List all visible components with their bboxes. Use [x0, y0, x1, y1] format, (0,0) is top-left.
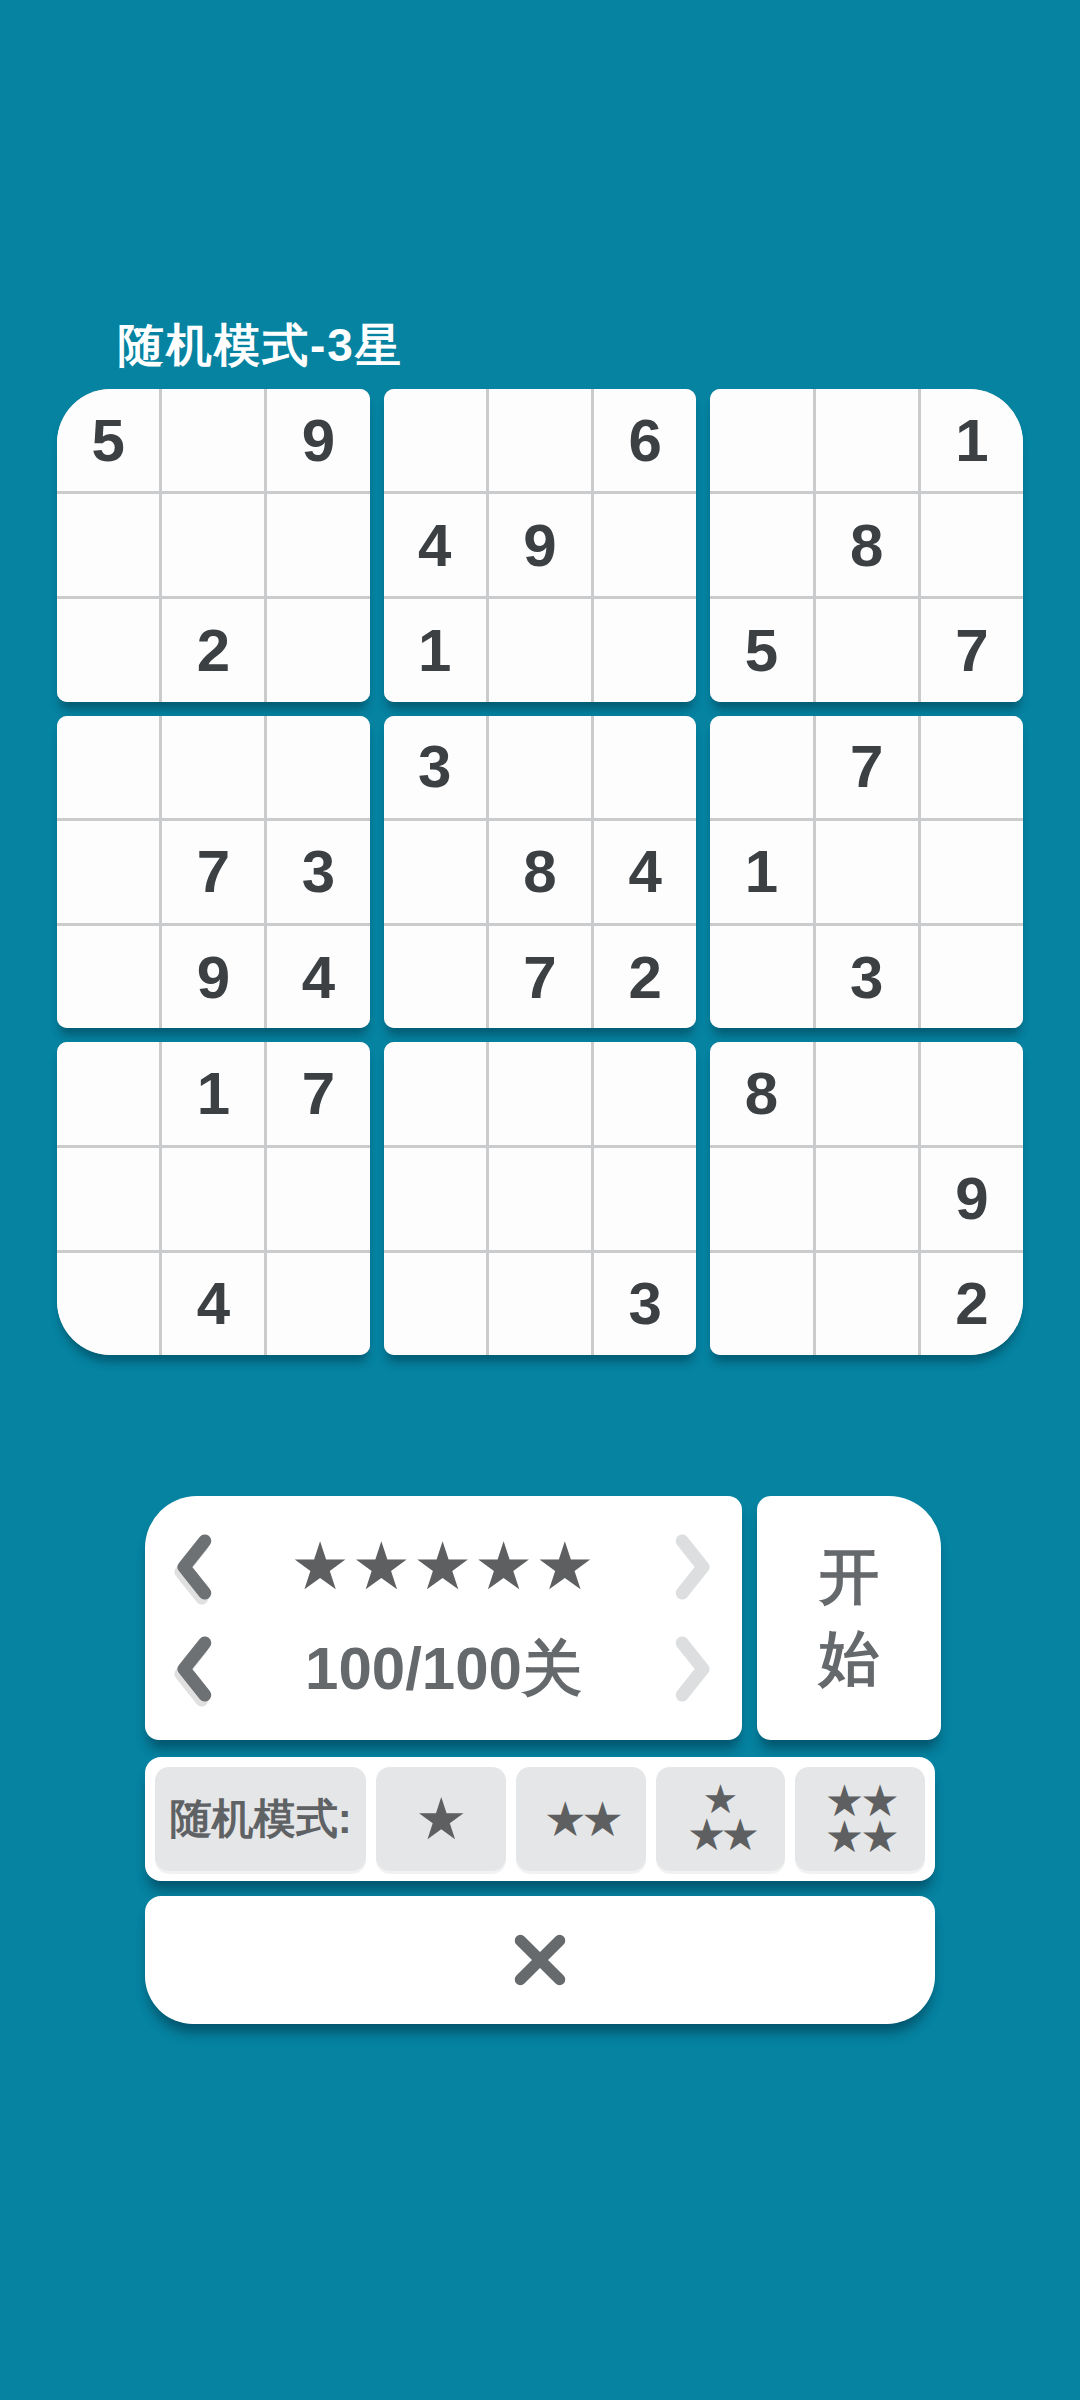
difficulty-option-1-star[interactable]: ★ [376, 1767, 506, 1871]
star-icon: ★★ [825, 1819, 896, 1855]
sudoku-cell-r1c4[interactable] [384, 389, 486, 491]
level-row: 100/100关 [171, 1630, 716, 1708]
sudoku-cell-r7c5[interactable] [489, 1042, 591, 1144]
difficulty-stars-row: ★★★★★ [171, 1528, 716, 1606]
start-button[interactable]: 开 始 [757, 1496, 941, 1740]
sudoku-box-5: 38472 [384, 716, 697, 1029]
sudoku-cell-r2c8[interactable]: 8 [816, 494, 918, 596]
sudoku-cell-r1c2[interactable] [162, 389, 264, 491]
sudoku-cell-r2c7[interactable] [710, 494, 812, 596]
sudoku-box-8: 3 [384, 1042, 697, 1355]
sudoku-cell-r3c4[interactable]: 1 [384, 599, 486, 701]
sudoku-cell-r9c2[interactable]: 4 [162, 1253, 264, 1355]
sudoku-cell-r1c6[interactable]: 6 [594, 389, 696, 491]
sudoku-cell-r2c4[interactable]: 4 [384, 494, 486, 596]
sudoku-cell-r7c1[interactable] [57, 1042, 159, 1144]
sudoku-cell-r8c6[interactable] [594, 1148, 696, 1250]
sudoku-cell-r5c2[interactable]: 7 [162, 821, 264, 923]
star-icon: ★★ [544, 1795, 618, 1843]
sudoku-cell-r8c4[interactable] [384, 1148, 486, 1250]
sudoku-cell-r1c7[interactable] [710, 389, 812, 491]
sudoku-cell-r2c9[interactable] [921, 494, 1023, 596]
star-icon: ★★ [687, 1815, 754, 1855]
sudoku-cell-r6c6[interactable]: 2 [594, 926, 696, 1028]
sudoku-cell-r8c1[interactable] [57, 1148, 159, 1250]
sudoku-cell-r5c4[interactable] [384, 821, 486, 923]
difficulty-option-4-star[interactable]: ★★ ★★ [795, 1767, 925, 1871]
sudoku-cell-r4c3[interactable] [267, 716, 369, 818]
sudoku-cell-r8c7[interactable] [710, 1148, 812, 1250]
sudoku-cell-r9c9[interactable]: 2 [921, 1253, 1023, 1355]
sudoku-cell-r5c9[interactable] [921, 821, 1023, 923]
sudoku-cell-r4c6[interactable] [594, 716, 696, 818]
sudoku-cell-r3c1[interactable] [57, 599, 159, 701]
sudoku-cell-r8c8[interactable] [816, 1148, 918, 1250]
sudoku-cell-r9c8[interactable] [816, 1253, 918, 1355]
sudoku-cell-r1c9[interactable]: 1 [921, 389, 1023, 491]
sudoku-cell-r8c9[interactable]: 9 [921, 1148, 1023, 1250]
sudoku-cell-r7c2[interactable]: 1 [162, 1042, 264, 1144]
sudoku-box-9: 892 [710, 1042, 1023, 1355]
sudoku-cell-r9c4[interactable] [384, 1253, 486, 1355]
star-icon: ★ [415, 1790, 467, 1848]
sudoku-cell-r7c6[interactable] [594, 1042, 696, 1144]
level-prev-button chevron-left-icon[interactable] [171, 1630, 217, 1708]
sudoku-cell-r6c2[interactable]: 9 [162, 926, 264, 1028]
sudoku-cell-r8c2[interactable] [162, 1148, 264, 1250]
sudoku-cell-r6c1[interactable] [57, 926, 159, 1028]
level-progress-text: 100/100关 [305, 1639, 582, 1699]
sudoku-cell-r6c8[interactable]: 3 [816, 926, 918, 1028]
sudoku-cell-r3c7[interactable]: 5 [710, 599, 812, 701]
sudoku-cell-r3c8[interactable] [816, 599, 918, 701]
sudoku-cell-r5c3[interactable]: 3 [267, 821, 369, 923]
sudoku-cell-r7c7[interactable]: 8 [710, 1042, 812, 1144]
sudoku-cell-r5c1[interactable] [57, 821, 159, 923]
sudoku-cell-r5c5[interactable]: 8 [489, 821, 591, 923]
sudoku-cell-r7c8[interactable] [816, 1042, 918, 1144]
sudoku-box-7: 174 [57, 1042, 370, 1355]
sudoku-cell-r4c4[interactable]: 3 [384, 716, 486, 818]
sudoku-cell-r6c9[interactable] [921, 926, 1023, 1028]
sudoku-cell-r9c1[interactable] [57, 1253, 159, 1355]
sudoku-cell-r4c7[interactable] [710, 716, 812, 818]
sudoku-cell-r2c2[interactable] [162, 494, 264, 596]
start-button-char-2: 始 [819, 1629, 879, 1689]
sudoku-cell-r7c3[interactable]: 7 [267, 1042, 369, 1144]
stars-next-button chevron-right-icon[interactable] [670, 1528, 716, 1606]
sudoku-cell-r5c7[interactable]: 1 [710, 821, 812, 923]
sudoku-cell-r3c2[interactable]: 2 [162, 599, 264, 701]
close-icon [507, 1927, 573, 1993]
sudoku-box-2: 6491 [384, 389, 697, 702]
sudoku-cell-r4c2[interactable] [162, 716, 264, 818]
sudoku-cell-r9c5[interactable] [489, 1253, 591, 1355]
sudoku-cell-r2c6[interactable] [594, 494, 696, 596]
sudoku-cell-r4c1[interactable] [57, 716, 159, 818]
sudoku-cell-r6c5[interactable]: 7 [489, 926, 591, 1028]
stars-prev-button chevron-left-icon[interactable] [171, 1528, 217, 1606]
sudoku-cell-r3c6[interactable] [594, 599, 696, 701]
sudoku-cell-r7c4[interactable] [384, 1042, 486, 1144]
sudoku-cell-r4c9[interactable] [921, 716, 1023, 818]
level-selector-panel: ★★★★★ 100/100关 [145, 1496, 742, 1740]
sudoku-cell-r2c1[interactable] [57, 494, 159, 596]
sudoku-cell-r2c3[interactable] [267, 494, 369, 596]
sudoku-cell-r6c3[interactable]: 4 [267, 926, 369, 1028]
sudoku-cell-r9c3[interactable] [267, 1253, 369, 1355]
sudoku-cell-r1c8[interactable] [816, 389, 918, 491]
sudoku-cell-r9c7[interactable] [710, 1253, 812, 1355]
sudoku-box-1: 592 [57, 389, 370, 702]
sudoku-cell-r1c5[interactable] [489, 389, 591, 491]
sudoku-box-6: 713 [710, 716, 1023, 1029]
sudoku-cell-r5c6[interactable]: 4 [594, 821, 696, 923]
sudoku-cell-r1c3[interactable]: 9 [267, 389, 369, 491]
sudoku-cell-r9c6[interactable]: 3 [594, 1253, 696, 1355]
sudoku-app-screen: 随机模式-3星 592649118577394384727131743892 ★… [0, 0, 1080, 2400]
sudoku-cell-r6c4[interactable] [384, 926, 486, 1028]
sudoku-cell-r2c5[interactable]: 9 [489, 494, 591, 596]
sudoku-cell-r3c3[interactable] [267, 599, 369, 701]
difficulty-options-panel: 随机模式: ★ ★★ ★ ★★ ★★ ★★ [145, 1757, 935, 1881]
start-button-char-1: 开 [819, 1547, 879, 1607]
sudoku-box-4: 7394 [57, 716, 370, 1029]
sudoku-cell-r6c7[interactable] [710, 926, 812, 1028]
sudoku-cell-r5c8[interactable] [816, 821, 918, 923]
difficulty-option-2-star[interactable]: ★★ [516, 1767, 646, 1871]
sudoku-cell-r4c8[interactable]: 7 [816, 716, 918, 818]
sudoku-cell-r3c5[interactable] [489, 599, 591, 701]
close-button[interactable] [145, 1896, 935, 2024]
sudoku-board: 592649118577394384727131743892 [57, 389, 1023, 1355]
selected-difficulty-stars: ★★★★★ [291, 1534, 597, 1600]
sudoku-cell-r8c5[interactable] [489, 1148, 591, 1250]
sudoku-cell-r3c9[interactable]: 7 [921, 599, 1023, 701]
sudoku-cell-r4c5[interactable] [489, 716, 591, 818]
sudoku-cell-r1c1[interactable]: 5 [57, 389, 159, 491]
difficulty-options-label: 随机模式: [155, 1767, 366, 1871]
sudoku-cell-r8c3[interactable] [267, 1148, 369, 1250]
difficulty-option-3-star[interactable]: ★ ★★ [656, 1767, 786, 1871]
sudoku-box-3: 1857 [710, 389, 1023, 702]
page-title: 随机模式-3星 [118, 322, 403, 368]
sudoku-cell-r7c9[interactable] [921, 1042, 1023, 1144]
level-next-button chevron-right-icon[interactable] [670, 1630, 716, 1708]
